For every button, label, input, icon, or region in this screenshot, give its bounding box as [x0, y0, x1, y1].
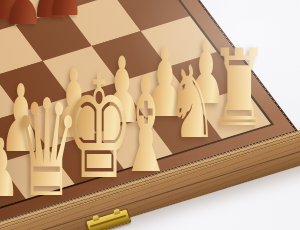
chess-set-photo: ♟♟♟♟♟♟♟♜♟♞♟♝♚♛♟	[0, 0, 300, 230]
brass-hinge	[85, 208, 131, 230]
hinge-pin	[90, 215, 127, 228]
